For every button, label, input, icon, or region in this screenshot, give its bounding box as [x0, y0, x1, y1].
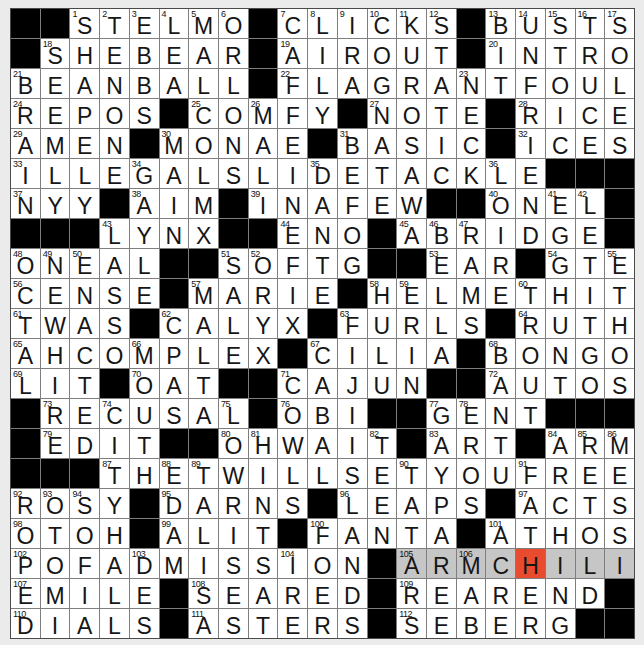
cell-r19c11[interactable]: O — [308, 549, 337, 578]
cell-r19c8[interactable]: S — [219, 549, 248, 578]
cell-r16c13[interactable]: E — [368, 459, 397, 488]
cell-r19c2[interactable]: O — [41, 549, 70, 578]
cell-r5c2[interactable]: M — [41, 129, 70, 158]
cell-r9c12[interactable]: G — [338, 249, 367, 278]
cell-r4c7[interactable]: 25C — [189, 99, 218, 128]
cell-r6c6[interactable]: A — [160, 159, 189, 188]
cell-r2c20[interactable]: R — [576, 39, 605, 68]
cell-r17c21[interactable]: S — [605, 489, 634, 518]
cell-r11c2[interactable]: W — [41, 309, 70, 338]
cell-r7c20[interactable]: 42L — [576, 189, 605, 218]
cell-r4c14[interactable]: O — [397, 99, 426, 128]
cell-r11c12[interactable]: 63F — [338, 309, 367, 338]
cell-r10c7[interactable]: 57M — [189, 279, 218, 308]
cell-r1c14[interactable]: 11K — [397, 9, 426, 38]
cell-r21c2[interactable]: I — [41, 609, 70, 638]
cell-r4c3[interactable]: P — [70, 99, 99, 128]
cell-r20c2[interactable]: M — [41, 579, 70, 608]
cell-r1c13[interactable]: 10C — [368, 9, 397, 38]
cell-r5c20[interactable]: E — [576, 129, 605, 158]
cell-r1c5[interactable]: 3E — [130, 9, 159, 38]
cell-r1c6[interactable]: 4L — [160, 9, 189, 38]
cell-r6c16[interactable]: K — [457, 159, 486, 188]
cell-r12c13[interactable]: L — [368, 339, 397, 368]
cell-r11c6[interactable]: 62C — [160, 309, 189, 338]
cell-r14c15[interactable]: 77G — [427, 399, 456, 428]
cell-r5c13[interactable]: A — [368, 129, 397, 158]
cell-r14c4[interactable]: 74C — [100, 399, 129, 428]
cell-r20c9[interactable]: A — [249, 579, 278, 608]
cell-r7c3[interactable]: Y — [70, 189, 99, 218]
cell-r20c17[interactable]: R — [486, 579, 515, 608]
cell-r9c11[interactable]: T — [308, 249, 337, 278]
cell-r20c5[interactable]: E — [130, 579, 159, 608]
cell-r7c11[interactable]: A — [308, 189, 337, 218]
cell-r17c12[interactable]: 96L — [338, 489, 367, 518]
cell-r5c6[interactable]: 30M — [160, 129, 189, 158]
cell-r20c1[interactable]: 107E — [11, 579, 40, 608]
cell-r12c9[interactable]: X — [249, 339, 278, 368]
cell-r7c13[interactable]: E — [368, 189, 397, 218]
cell-r3c10[interactable]: 22F — [278, 69, 307, 98]
cell-r2c17[interactable]: 20I — [486, 39, 515, 68]
cell-r10c17[interactable]: E — [486, 279, 515, 308]
cell-r3c11[interactable]: L — [308, 69, 337, 98]
cell-r3c2[interactable]: E — [41, 69, 70, 98]
cell-r6c7[interactable]: L — [189, 159, 218, 188]
cell-r11c19[interactable]: U — [546, 309, 575, 338]
cell-r15c9[interactable]: 81H — [249, 429, 278, 458]
cell-r17c8[interactable]: R — [219, 489, 248, 518]
cell-r10c5[interactable]: E — [130, 279, 159, 308]
cell-r10c4[interactable]: S — [100, 279, 129, 308]
cell-r18c17[interactable]: 101A — [486, 519, 515, 548]
cell-r3c17[interactable]: T — [486, 69, 515, 98]
cell-r10c20[interactable]: I — [576, 279, 605, 308]
cell-r3c4[interactable]: N — [100, 69, 129, 98]
cell-r18c13[interactable]: N — [368, 519, 397, 548]
cell-r7c12[interactable]: F — [338, 189, 367, 218]
cell-r3c3[interactable]: A — [70, 69, 99, 98]
cell-r6c15[interactable]: C — [427, 159, 456, 188]
cell-r15c10[interactable]: W — [278, 429, 307, 458]
cell-r12c8[interactable]: E — [219, 339, 248, 368]
cell-r2c19[interactable]: T — [546, 39, 575, 68]
cell-r5c12[interactable]: 31B — [338, 129, 367, 158]
cell-r2c10[interactable]: 19A — [278, 39, 307, 68]
cell-r4c13[interactable]: 27N — [368, 99, 397, 128]
cell-r11c13[interactable]: U — [368, 309, 397, 338]
cell-r17c19[interactable]: C — [546, 489, 575, 518]
cell-r16c8[interactable]: W — [219, 459, 248, 488]
cell-r21c18[interactable]: R — [516, 609, 545, 638]
cell-r9c20[interactable]: T — [576, 249, 605, 278]
cell-r12c12[interactable]: I — [338, 339, 367, 368]
cell-r19c16[interactable]: 106M — [457, 549, 486, 578]
cell-r21c12[interactable]: S — [338, 609, 367, 638]
cell-r8c16[interactable]: 47R — [457, 219, 486, 248]
cell-r14c5[interactable]: U — [130, 399, 159, 428]
cell-r3c20[interactable]: U — [576, 69, 605, 98]
cell-r15c5[interactable]: T — [130, 429, 159, 458]
cell-r8c6[interactable]: N — [160, 219, 189, 248]
cell-r13c13[interactable]: U — [368, 369, 397, 398]
cell-r10c2[interactable]: E — [41, 279, 70, 308]
cell-r18c2[interactable]: T — [41, 519, 70, 548]
cell-r19c4[interactable]: A — [100, 549, 129, 578]
cell-r5c8[interactable]: N — [219, 129, 248, 158]
cell-r12c18[interactable]: O — [516, 339, 545, 368]
cell-r12c4[interactable]: O — [100, 339, 129, 368]
cell-r21c10[interactable]: E — [278, 609, 307, 638]
cell-r15c4[interactable]: I — [100, 429, 129, 458]
cell-r1c15[interactable]: 12S — [427, 9, 456, 38]
cell-r21c1[interactable]: 110D — [11, 609, 40, 638]
cell-r20c10[interactable]: R — [278, 579, 307, 608]
cell-r2c8[interactable]: R — [219, 39, 248, 68]
cell-r7c1[interactable]: 37N — [11, 189, 40, 218]
cell-r6c9[interactable]: L — [249, 159, 278, 188]
cell-r1c10[interactable]: 7C — [278, 9, 307, 38]
cell-r8c14[interactable]: 45A — [397, 219, 426, 248]
cell-r4c2[interactable]: E — [41, 99, 70, 128]
cell-r2c5[interactable]: B — [130, 39, 159, 68]
cell-r12c6[interactable]: P — [160, 339, 189, 368]
cell-r16c12[interactable]: S — [338, 459, 367, 488]
cell-r19c9[interactable]: S — [249, 549, 278, 578]
cell-r13c19[interactable]: T — [546, 369, 575, 398]
cell-r4c16[interactable]: E — [457, 99, 486, 128]
cell-r1c21[interactable]: 17S — [605, 9, 634, 38]
cell-r18c14[interactable]: T — [397, 519, 426, 548]
cell-r10c10[interactable]: I — [278, 279, 307, 308]
cell-r17c6[interactable]: 95D — [160, 489, 189, 518]
cell-r8c15[interactable]: 46B — [427, 219, 456, 248]
cell-r9c3[interactable]: 50E — [70, 249, 99, 278]
cell-r16c19[interactable]: R — [546, 459, 575, 488]
cell-r13c5[interactable]: 70O — [130, 369, 159, 398]
cell-r7c14[interactable]: W — [397, 189, 426, 218]
cell-r11c1[interactable]: 61T — [11, 309, 40, 338]
cell-r14c2[interactable]: 73R — [41, 399, 70, 428]
cell-r17c7[interactable]: A — [189, 489, 218, 518]
cell-r11c16[interactable]: S — [457, 309, 486, 338]
cell-r10c9[interactable]: R — [249, 279, 278, 308]
cell-r16c16[interactable]: O — [457, 459, 486, 488]
cell-r10c3[interactable]: N — [70, 279, 99, 308]
cell-r9c15[interactable]: 53E — [427, 249, 456, 278]
cell-r10c13[interactable]: 58H — [368, 279, 397, 308]
cell-r13c20[interactable]: O — [576, 369, 605, 398]
cell-r3c1[interactable]: 21B — [11, 69, 40, 98]
cell-r2c4[interactable]: E — [100, 39, 129, 68]
cell-r20c8[interactable]: E — [219, 579, 248, 608]
cell-r12c19[interactable]: N — [546, 339, 575, 368]
cell-r5c19[interactable]: C — [546, 129, 575, 158]
cell-r21c7[interactable]: 111A — [189, 609, 218, 638]
cell-r17c15[interactable]: P — [427, 489, 456, 518]
cell-r15c3[interactable]: D — [70, 429, 99, 458]
cell-r16c18[interactable]: 91F — [516, 459, 545, 488]
cell-r18c9[interactable]: T — [249, 519, 278, 548]
cell-r9c9[interactable]: 52O — [249, 249, 278, 278]
cell-r9c21[interactable]: 55E — [605, 249, 634, 278]
cell-r19c10[interactable]: 104I — [278, 549, 307, 578]
cell-r4c9[interactable]: 26M — [249, 99, 278, 128]
cell-r7c9[interactable]: 39I — [249, 189, 278, 218]
cell-r10c8[interactable]: A — [219, 279, 248, 308]
cell-r8c11[interactable]: N — [308, 219, 337, 248]
cell-r20c4[interactable]: L — [100, 579, 129, 608]
cell-r18c3[interactable]: O — [70, 519, 99, 548]
cell-r6c8[interactable]: S — [219, 159, 248, 188]
cell-r11c14[interactable]: R — [397, 309, 426, 338]
cell-r12c17[interactable]: 68B — [486, 339, 515, 368]
cell-r5c1[interactable]: 29A — [11, 129, 40, 158]
cell-r9c10[interactable]: F — [278, 249, 307, 278]
cell-r19c17[interactable]: C — [486, 549, 515, 578]
cell-r1c11[interactable]: 8L — [308, 9, 337, 38]
cell-r19c19[interactable]: I — [546, 549, 575, 578]
cell-r16c9[interactable]: I — [249, 459, 278, 488]
cell-r19c12[interactable]: N — [338, 549, 367, 578]
cell-r18c12[interactable]: A — [338, 519, 367, 548]
cell-r1c18[interactable]: 14U — [516, 9, 545, 38]
cell-r8c10[interactable]: 44E — [278, 219, 307, 248]
cell-r15c16[interactable]: R — [457, 429, 486, 458]
cell-r13c1[interactable]: 69L — [11, 369, 40, 398]
cell-r3c8[interactable]: L — [219, 69, 248, 98]
cell-r1c20[interactable]: 16T — [576, 9, 605, 38]
cell-r15c8[interactable]: 80O — [219, 429, 248, 458]
cell-r6c17[interactable]: 36L — [486, 159, 515, 188]
cell-r1c17[interactable]: 13B — [486, 9, 515, 38]
cell-r12c15[interactable]: A — [427, 339, 456, 368]
cell-r15c15[interactable]: 83A — [427, 429, 456, 458]
cell-r14c17[interactable]: N — [486, 399, 515, 428]
cell-r7c7[interactable]: M — [189, 189, 218, 218]
cell-r13c2[interactable]: I — [41, 369, 70, 398]
cell-r2c7[interactable]: A — [189, 39, 218, 68]
cell-r18c21[interactable]: S — [605, 519, 634, 548]
cell-r19c15[interactable]: R — [427, 549, 456, 578]
cell-r4c4[interactable]: O — [100, 99, 129, 128]
cell-r17c10[interactable]: S — [278, 489, 307, 518]
cell-r10c11[interactable]: E — [308, 279, 337, 308]
cell-r12c3[interactable]: C — [70, 339, 99, 368]
cell-r16c10[interactable]: L — [278, 459, 307, 488]
cell-r13c17[interactable]: 72A — [486, 369, 515, 398]
cell-r20c20[interactable]: D — [576, 579, 605, 608]
cell-r18c19[interactable]: H — [546, 519, 575, 548]
cell-r13c6[interactable]: A — [160, 369, 189, 398]
cell-r17c13[interactable]: E — [368, 489, 397, 518]
cell-r6c18[interactable]: E — [516, 159, 545, 188]
cell-r14c6[interactable]: S — [160, 399, 189, 428]
cell-r2c15[interactable]: T — [427, 39, 456, 68]
cell-r8c5[interactable]: Y — [130, 219, 159, 248]
cell-r16c20[interactable]: E — [576, 459, 605, 488]
cell-r13c10[interactable]: 71C — [278, 369, 307, 398]
cell-r16c14[interactable]: 90T — [397, 459, 426, 488]
cell-r15c2[interactable]: 79E — [41, 429, 70, 458]
cell-r20c16[interactable]: A — [457, 579, 486, 608]
cell-r8c4[interactable]: 43L — [100, 219, 129, 248]
cell-r5c4[interactable]: N — [100, 129, 129, 158]
cell-r21c11[interactable]: R — [308, 609, 337, 638]
cell-r10c14[interactable]: 59E — [397, 279, 426, 308]
cell-r14c10[interactable]: 76O — [278, 399, 307, 428]
cell-r15c21[interactable]: 86M — [605, 429, 634, 458]
cell-r3c6[interactable]: A — [160, 69, 189, 98]
cell-r9c16[interactable]: A — [457, 249, 486, 278]
cell-r7c17[interactable]: 40O — [486, 189, 515, 218]
cell-r21c8[interactable]: S — [219, 609, 248, 638]
cell-r9c5[interactable]: L — [130, 249, 159, 278]
cell-r1c3[interactable]: 1S — [70, 9, 99, 38]
cell-r1c19[interactable]: 15S — [546, 9, 575, 38]
cell-r21c5[interactable]: S — [130, 609, 159, 638]
cell-r14c16[interactable]: 78E — [457, 399, 486, 428]
cell-r7c2[interactable]: Y — [41, 189, 70, 218]
cell-r19c5[interactable]: 103D — [130, 549, 159, 578]
cell-r2c12[interactable]: R — [338, 39, 367, 68]
cell-r8c19[interactable]: G — [546, 219, 575, 248]
cell-r17c3[interactable]: 94S — [70, 489, 99, 518]
cell-r12c5[interactable]: 66M — [130, 339, 159, 368]
cell-r17c14[interactable]: A — [397, 489, 426, 518]
cell-r15c13[interactable]: 82T — [368, 429, 397, 458]
cell-r19c3[interactable]: F — [70, 549, 99, 578]
cell-r13c11[interactable]: A — [308, 369, 337, 398]
cell-r21c17[interactable]: E — [486, 609, 515, 638]
cell-r12c2[interactable]: H — [41, 339, 70, 368]
cell-r14c11[interactable]: B — [308, 399, 337, 428]
cell-r6c3[interactable]: L — [70, 159, 99, 188]
cell-r2c11[interactable]: I — [308, 39, 337, 68]
cell-r18c11[interactable]: 100F — [308, 519, 337, 548]
cell-r3c18[interactable]: F — [516, 69, 545, 98]
cell-r21c15[interactable]: E — [427, 609, 456, 638]
cell-r19c20[interactable]: L — [576, 549, 605, 578]
cell-r13c7[interactable]: T — [189, 369, 218, 398]
cell-r6c5[interactable]: 34G — [130, 159, 159, 188]
cell-r18c15[interactable]: A — [427, 519, 456, 548]
cell-r4c15[interactable]: T — [427, 99, 456, 128]
cell-r3c15[interactable]: A — [427, 69, 456, 98]
cell-r18c8[interactable]: I — [219, 519, 248, 548]
cell-r20c15[interactable]: E — [427, 579, 456, 608]
cell-r10c16[interactable]: M — [457, 279, 486, 308]
cell-r18c7[interactable]: L — [189, 519, 218, 548]
cell-r3c19[interactable]: O — [546, 69, 575, 98]
cell-r17c2[interactable]: 93O — [41, 489, 70, 518]
cell-r15c12[interactable]: I — [338, 429, 367, 458]
cell-r13c3[interactable]: T — [70, 369, 99, 398]
cell-r16c11[interactable]: L — [308, 459, 337, 488]
cell-r11c3[interactable]: A — [70, 309, 99, 338]
cell-r16c21[interactable]: E — [605, 459, 634, 488]
cell-r1c4[interactable]: 2T — [100, 9, 129, 38]
cell-r18c18[interactable]: T — [516, 519, 545, 548]
cell-r6c2[interactable]: L — [41, 159, 70, 188]
cell-r13c14[interactable]: N — [397, 369, 426, 398]
cell-r2c14[interactable]: U — [397, 39, 426, 68]
cell-r21c9[interactable]: T — [249, 609, 278, 638]
cell-r10c21[interactable]: T — [605, 279, 634, 308]
cell-r15c20[interactable]: 85R — [576, 429, 605, 458]
cell-r4c1[interactable]: 24R — [11, 99, 40, 128]
cell-r14c3[interactable]: E — [70, 399, 99, 428]
cell-r19c7[interactable]: I — [189, 549, 218, 578]
cell-r3c7[interactable]: L — [189, 69, 218, 98]
cell-r21c16[interactable]: B — [457, 609, 486, 638]
cell-r6c11[interactable]: 35D — [308, 159, 337, 188]
cell-r4c5[interactable]: S — [130, 99, 159, 128]
cell-r9c19[interactable]: 54G — [546, 249, 575, 278]
cell-r10c18[interactable]: 60T — [516, 279, 545, 308]
cell-r2c18[interactable]: N — [516, 39, 545, 68]
cell-r8c18[interactable]: D — [516, 219, 545, 248]
cell-r4c11[interactable]: Y — [308, 99, 337, 128]
cell-r21c3[interactable]: A — [70, 609, 99, 638]
cell-r6c10[interactable]: I — [278, 159, 307, 188]
cell-r8c12[interactable]: O — [338, 219, 367, 248]
cell-r10c15[interactable]: L — [427, 279, 456, 308]
cell-r9c2[interactable]: 49N — [41, 249, 70, 278]
cell-r10c1[interactable]: 56C — [11, 279, 40, 308]
cell-r15c17[interactable]: T — [486, 429, 515, 458]
cell-r7c18[interactable]: N — [516, 189, 545, 218]
cell-r7c10[interactable]: N — [278, 189, 307, 218]
cell-r6c4[interactable]: E — [100, 159, 129, 188]
cell-r7c5[interactable]: 38A — [130, 189, 159, 218]
cell-r18c20[interactable]: O — [576, 519, 605, 548]
cell-r19c21[interactable]: I — [605, 549, 634, 578]
cell-r18c1[interactable]: 98O — [11, 519, 40, 548]
cell-r16c7[interactable]: 89T — [189, 459, 218, 488]
cell-r5c18[interactable]: 32I — [516, 129, 545, 158]
cell-r4c19[interactable]: I — [546, 99, 575, 128]
cell-r5c14[interactable]: S — [397, 129, 426, 158]
cell-r1c8[interactable]: 6O — [219, 9, 248, 38]
cell-r19c6[interactable]: M — [160, 549, 189, 578]
cell-r11c20[interactable]: T — [576, 309, 605, 338]
cell-r9c8[interactable]: 51S — [219, 249, 248, 278]
cell-r18c4[interactable]: H — [100, 519, 129, 548]
cell-r14c7[interactable]: A — [189, 399, 218, 428]
cell-r13c12[interactable]: J — [338, 369, 367, 398]
cell-r5c21[interactable]: S — [605, 129, 634, 158]
cell-r17c4[interactable]: Y — [100, 489, 129, 518]
cell-r3c14[interactable]: R — [397, 69, 426, 98]
cell-r6c13[interactable]: T — [368, 159, 397, 188]
cell-r11c21[interactable]: H — [605, 309, 634, 338]
cell-r3c5[interactable]: B — [130, 69, 159, 98]
cell-r9c1[interactable]: 48O — [11, 249, 40, 278]
cell-r11c15[interactable]: L — [427, 309, 456, 338]
cell-r17c1[interactable]: 92R — [11, 489, 40, 518]
cell-r3c16[interactable]: 23N — [457, 69, 486, 98]
cell-r8c20[interactable]: E — [576, 219, 605, 248]
cell-r21c4[interactable]: L — [100, 609, 129, 638]
cell-r8c7[interactable]: X — [189, 219, 218, 248]
cell-r21c19[interactable]: G — [546, 609, 575, 638]
cell-r16c15[interactable]: Y — [427, 459, 456, 488]
cell-r5c16[interactable]: C — [457, 129, 486, 158]
cell-r10c19[interactable]: H — [546, 279, 575, 308]
cell-r5c15[interactable]: I — [427, 129, 456, 158]
